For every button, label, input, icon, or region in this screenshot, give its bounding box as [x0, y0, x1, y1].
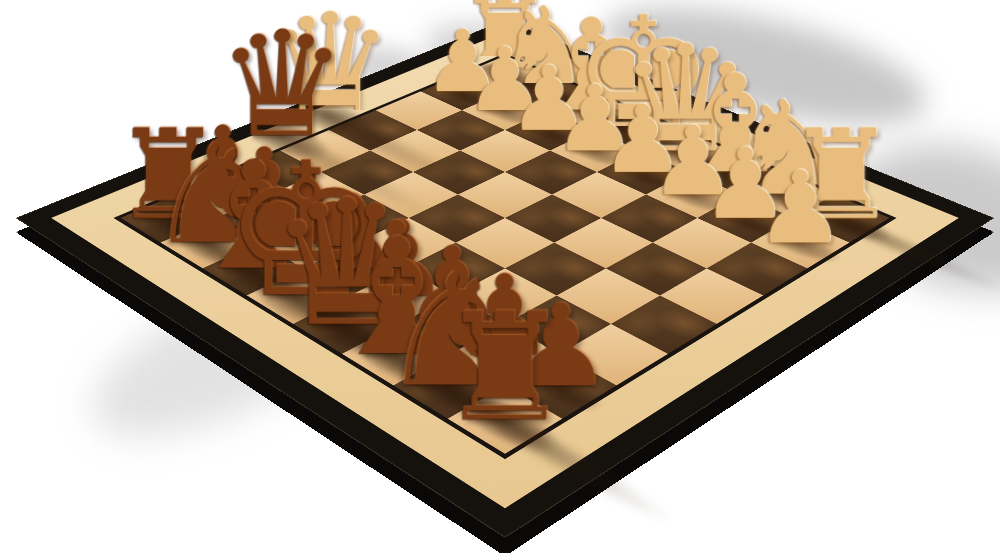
piece-white-bishop: ♝	[668, 57, 802, 193]
perspective-viewport: ♜♞♝♛♚♝♞♜♟♟♟♟♟♟♟♟♟♟♟♟♟♟♟♟♜♞♝♛♚♝♞♜♛♛	[0, 0, 1000, 553]
piece-white-pawn: ♟	[442, 36, 567, 124]
piece-black-pawn: ♟	[426, 260, 584, 371]
piece-white-bishop: ♝	[528, 2, 653, 129]
pieces-layer: ♜♞♝♛♚♝♞♜♟♟♟♟♟♟♟♟♟♟♟♟♟♟♟♟♜♞♝♛♚♝♞♜♛♛	[16, 20, 995, 538]
piece-white-pawn: ♟	[529, 73, 660, 165]
chess-board: ♜♞♝♛♚♝♞♜♟♟♟♟♟♟♟♟♟♟♟♟♟♟♟♟♜♞♝♛♚♝♞♜♛♛	[16, 20, 995, 538]
piece-white-queen: ♛	[619, 25, 750, 173]
piece-white-pawn: ♟	[485, 54, 613, 144]
piece-white-queen-spare: ♛	[267, 0, 393, 136]
piece-black-pawn: ♟	[480, 289, 643, 403]
piece-white-pawn: ♟	[401, 18, 524, 104]
piece-white-rook: ♜	[445, 0, 565, 89]
